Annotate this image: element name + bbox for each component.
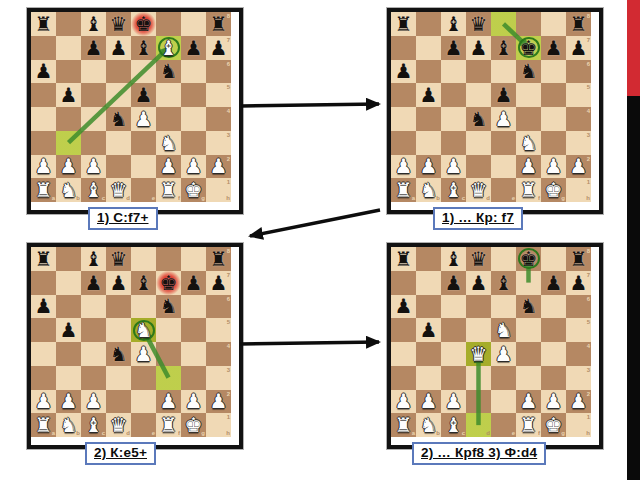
square-e8[interactable] [491, 12, 516, 36]
square-f8[interactable]: ♚ [516, 247, 541, 271]
square-c6[interactable] [441, 60, 466, 84]
black-pawn-c7[interactable]: ♟ [85, 273, 103, 293]
square-f3[interactable] [516, 366, 541, 390]
square-a5[interactable] [31, 318, 56, 342]
square-c6[interactable] [81, 295, 106, 319]
square-e7[interactable]: ♝ [491, 271, 516, 295]
black-pawn-h7[interactable]: ♟ [570, 38, 588, 58]
square-f7[interactable]: ♚ [516, 36, 541, 60]
white-rook-f1[interactable]: ♜ [160, 415, 178, 435]
white-rook-f1[interactable]: ♜ [160, 180, 178, 200]
square-f1[interactable]: ♜f [516, 413, 541, 437]
black-queen-d8[interactable]: ♛ [470, 249, 488, 269]
black-pawn-b5[interactable]: ♟ [420, 320, 438, 340]
black-pawn-h7[interactable]: ♟ [570, 273, 588, 293]
square-c5[interactable] [441, 83, 466, 107]
black-pawn-d7[interactable]: ♟ [470, 38, 488, 58]
square-d1[interactable]: ♛d [106, 413, 131, 437]
square-h3[interactable]: 3 [206, 131, 231, 155]
white-rook-a1[interactable]: ♜ [395, 180, 413, 200]
square-b1[interactable]: ♞b [56, 178, 81, 202]
square-e2[interactable] [131, 155, 156, 179]
square-g7[interactable]: ♟ [181, 271, 206, 295]
white-pawn-g2[interactable]: ♟ [545, 156, 563, 176]
square-c7[interactable]: ♟ [441, 271, 466, 295]
square-f8[interactable] [156, 247, 181, 271]
square-h4[interactable]: 4 [566, 107, 591, 131]
square-e5[interactable]: ♞ [131, 318, 156, 342]
square-a3[interactable] [391, 366, 416, 390]
square-e5[interactable]: ♟ [491, 83, 516, 107]
square-a4[interactable] [31, 107, 56, 131]
square-h2[interactable]: ♟2 [206, 390, 231, 414]
square-b3[interactable] [56, 131, 81, 155]
square-c7[interactable]: ♟ [81, 271, 106, 295]
square-g4[interactable] [541, 107, 566, 131]
square-g5[interactable] [541, 83, 566, 107]
square-e7[interactable]: ♝ [131, 36, 156, 60]
square-f3[interactable]: ♞ [156, 131, 181, 155]
square-d3[interactable] [106, 366, 131, 390]
square-f6[interactable]: ♞ [156, 60, 181, 84]
white-knight-b1[interactable]: ♞ [60, 415, 78, 435]
square-h3[interactable]: 3 [566, 131, 591, 155]
square-g1[interactable]: ♚g [541, 413, 566, 437]
black-rook-a8[interactable]: ♜ [395, 249, 413, 269]
square-g6[interactable] [541, 295, 566, 319]
square-h8[interactable]: ♜8 [206, 12, 231, 36]
square-b2[interactable]: ♟ [56, 155, 81, 179]
square-a7[interactable] [31, 271, 56, 295]
square-h7[interactable]: ♟7 [206, 36, 231, 60]
white-pawn-g2[interactable]: ♟ [185, 391, 203, 411]
white-queen-d1[interactable]: ♛ [470, 180, 488, 200]
square-c8[interactable]: ♝ [441, 12, 466, 36]
square-e2[interactable] [131, 390, 156, 414]
square-g5[interactable] [181, 83, 206, 107]
square-c4[interactable] [441, 107, 466, 131]
square-a2[interactable]: ♟ [31, 155, 56, 179]
square-h1[interactable]: 1h [566, 413, 591, 437]
square-h5[interactable]: 5 [566, 83, 591, 107]
black-bishop-e7[interactable]: ♝ [495, 273, 513, 293]
square-d1[interactable]: ♛d [466, 178, 491, 202]
square-a8[interactable]: ♜ [391, 247, 416, 271]
square-f6[interactable]: ♞ [156, 295, 181, 319]
black-bishop-c8[interactable]: ♝ [445, 14, 463, 34]
white-rook-f1[interactable]: ♜ [520, 180, 538, 200]
black-pawn-e5[interactable]: ♟ [495, 85, 513, 105]
square-b5[interactable]: ♟ [416, 318, 441, 342]
square-b8[interactable] [56, 12, 81, 36]
square-e8[interactable] [491, 247, 516, 271]
white-pawn-e4[interactable]: ♟ [135, 109, 153, 129]
square-e2[interactable] [491, 390, 516, 414]
square-h8[interactable]: ♜8 [566, 247, 591, 271]
square-e6[interactable] [131, 60, 156, 84]
black-pawn-b5[interactable]: ♟ [60, 320, 78, 340]
square-a5[interactable] [31, 83, 56, 107]
square-d7[interactable]: ♟ [106, 36, 131, 60]
square-e7[interactable]: ♝ [131, 271, 156, 295]
square-h1[interactable]: 1h [206, 178, 231, 202]
square-b3[interactable] [56, 366, 81, 390]
white-pawn-a2[interactable]: ♟ [35, 391, 53, 411]
black-pawn-e5[interactable]: ♟ [135, 85, 153, 105]
square-b7[interactable] [56, 36, 81, 60]
square-f8[interactable] [516, 12, 541, 36]
square-a4[interactable] [391, 342, 416, 366]
white-pawn-c2[interactable]: ♟ [445, 156, 463, 176]
square-a8[interactable]: ♜ [391, 12, 416, 36]
square-d7[interactable]: ♟ [466, 271, 491, 295]
square-d2[interactable] [466, 155, 491, 179]
black-pawn-h7[interactable]: ♟ [210, 273, 228, 293]
white-pawn-e4[interactable]: ♟ [135, 344, 153, 364]
square-e5[interactable]: ♟ [131, 83, 156, 107]
white-king-g1[interactable]: ♚ [545, 180, 563, 200]
square-h3[interactable]: 3 [566, 366, 591, 390]
square-h5[interactable]: 5 [206, 83, 231, 107]
white-rook-f1[interactable]: ♜ [520, 415, 538, 435]
black-rook-h8[interactable]: ♜ [570, 14, 588, 34]
black-pawn-d7[interactable]: ♟ [110, 38, 128, 58]
square-b6[interactable] [56, 295, 81, 319]
square-h1[interactable]: 1h [206, 413, 231, 437]
square-b6[interactable] [56, 60, 81, 84]
square-d5[interactable] [106, 318, 131, 342]
square-e4[interactable]: ♟ [131, 342, 156, 366]
white-knight-f3[interactable]: ♞ [160, 133, 178, 153]
square-a3[interactable] [391, 131, 416, 155]
white-king-g1[interactable]: ♚ [545, 415, 563, 435]
white-knight-e5[interactable]: ♞ [495, 320, 513, 340]
square-g1[interactable]: ♚g [541, 178, 566, 202]
square-b7[interactable] [416, 271, 441, 295]
square-e3[interactable] [131, 366, 156, 390]
square-d2[interactable] [106, 155, 131, 179]
square-a7[interactable] [391, 271, 416, 295]
square-e5[interactable]: ♞ [491, 318, 516, 342]
square-b7[interactable] [56, 271, 81, 295]
square-c4[interactable] [81, 107, 106, 131]
white-pawn-h2[interactable]: ♟ [210, 391, 228, 411]
white-pawn-a2[interactable]: ♟ [35, 156, 53, 176]
black-king-f7[interactable]: ♚ [160, 273, 178, 293]
black-pawn-c7[interactable]: ♟ [85, 38, 103, 58]
square-g3[interactable] [181, 366, 206, 390]
black-pawn-g7[interactable]: ♟ [185, 273, 203, 293]
square-g4[interactable] [181, 107, 206, 131]
white-bishop-c1[interactable]: ♝ [85, 180, 103, 200]
square-h5[interactable]: 5 [206, 318, 231, 342]
square-h6[interactable]: 6 [566, 295, 591, 319]
square-c5[interactable] [81, 83, 106, 107]
square-a8[interactable]: ♜ [31, 12, 56, 36]
black-rook-a8[interactable]: ♜ [35, 14, 53, 34]
black-pawn-g7[interactable]: ♟ [185, 38, 203, 58]
square-g3[interactable] [541, 366, 566, 390]
white-pawn-e4[interactable]: ♟ [495, 109, 513, 129]
black-rook-h8[interactable]: ♜ [210, 249, 228, 269]
square-h7[interactable]: ♟7 [566, 271, 591, 295]
square-c3[interactable] [441, 131, 466, 155]
square-d5[interactable] [466, 318, 491, 342]
square-d2[interactable] [466, 390, 491, 414]
square-b1[interactable]: ♞b [56, 413, 81, 437]
square-e4[interactable]: ♟ [491, 107, 516, 131]
square-c2[interactable]: ♟ [441, 390, 466, 414]
white-pawn-b2[interactable]: ♟ [420, 156, 438, 176]
square-b8[interactable] [416, 12, 441, 36]
white-bishop-c1[interactable]: ♝ [445, 180, 463, 200]
black-knight-d4[interactable]: ♞ [110, 109, 128, 129]
black-knight-d4[interactable]: ♞ [110, 344, 128, 364]
square-b1[interactable]: ♞b [416, 413, 441, 437]
black-pawn-a6[interactable]: ♟ [395, 61, 413, 81]
square-g5[interactable] [181, 318, 206, 342]
square-c1[interactable]: ♝c [81, 178, 106, 202]
square-b8[interactable] [416, 247, 441, 271]
black-pawn-a6[interactable]: ♟ [35, 296, 53, 316]
square-b2[interactable]: ♟ [416, 155, 441, 179]
square-a3[interactable] [31, 366, 56, 390]
square-f5[interactable] [156, 318, 181, 342]
white-knight-b1[interactable]: ♞ [420, 415, 438, 435]
black-rook-h8[interactable]: ♜ [570, 249, 588, 269]
black-pawn-g7[interactable]: ♟ [545, 38, 563, 58]
square-h7[interactable]: ♟7 [566, 36, 591, 60]
white-king-g1[interactable]: ♚ [185, 180, 203, 200]
square-c5[interactable] [441, 318, 466, 342]
black-bishop-c8[interactable]: ♝ [445, 249, 463, 269]
square-c1[interactable]: ♝c [441, 178, 466, 202]
square-e1[interactable]: e [131, 413, 156, 437]
square-g6[interactable] [181, 60, 206, 84]
square-b5[interactable]: ♟ [56, 83, 81, 107]
square-g2[interactable]: ♟ [181, 390, 206, 414]
square-c5[interactable] [81, 318, 106, 342]
square-h6[interactable]: 6 [206, 60, 231, 84]
square-d5[interactable] [466, 83, 491, 107]
white-pawn-b2[interactable]: ♟ [420, 391, 438, 411]
square-h8[interactable]: ♜8 [206, 247, 231, 271]
square-h4[interactable]: 4 [206, 342, 231, 366]
square-d6[interactable] [106, 60, 131, 84]
black-queen-d8[interactable]: ♛ [110, 14, 128, 34]
black-pawn-a6[interactable]: ♟ [35, 61, 53, 81]
black-pawn-c7[interactable]: ♟ [445, 273, 463, 293]
white-bishop-c1[interactable]: ♝ [85, 415, 103, 435]
square-a6[interactable]: ♟ [391, 295, 416, 319]
square-b8[interactable] [56, 247, 81, 271]
square-f2[interactable]: ♟ [156, 155, 181, 179]
white-pawn-c2[interactable]: ♟ [445, 391, 463, 411]
square-c3[interactable] [441, 366, 466, 390]
square-f4[interactable] [156, 342, 181, 366]
square-g2[interactable]: ♟ [541, 155, 566, 179]
square-c3[interactable] [81, 366, 106, 390]
black-knight-d4[interactable]: ♞ [470, 109, 488, 129]
black-knight-f6[interactable]: ♞ [520, 61, 538, 81]
square-e4[interactable]: ♟ [491, 342, 516, 366]
square-h1[interactable]: 1h [566, 178, 591, 202]
square-a1[interactable]: ♜a [31, 413, 56, 437]
square-h6[interactable]: 6 [566, 60, 591, 84]
black-bishop-c8[interactable]: ♝ [85, 14, 103, 34]
black-pawn-d7[interactable]: ♟ [110, 273, 128, 293]
square-f4[interactable] [156, 107, 181, 131]
square-f7[interactable] [516, 271, 541, 295]
square-b1[interactable]: ♞b [416, 178, 441, 202]
square-g4[interactable] [541, 342, 566, 366]
square-g8[interactable] [181, 247, 206, 271]
black-bishop-e7[interactable]: ♝ [495, 38, 513, 58]
black-pawn-c7[interactable]: ♟ [445, 38, 463, 58]
white-pawn-f2[interactable]: ♟ [520, 391, 538, 411]
square-c3[interactable] [81, 131, 106, 155]
square-f7[interactable]: ♚ [156, 271, 181, 295]
black-king-e8[interactable]: ♚ [135, 14, 153, 34]
square-c8[interactable]: ♝ [81, 247, 106, 271]
square-d2[interactable] [106, 390, 131, 414]
square-d6[interactable] [466, 60, 491, 84]
white-knight-b1[interactable]: ♞ [60, 180, 78, 200]
square-g2[interactable]: ♟ [181, 155, 206, 179]
square-c2[interactable]: ♟ [441, 155, 466, 179]
square-b5[interactable]: ♟ [56, 318, 81, 342]
square-h2[interactable]: ♟2 [566, 155, 591, 179]
white-queen-d1[interactable]: ♛ [110, 415, 128, 435]
square-a1[interactable]: ♜a [391, 413, 416, 437]
square-d8[interactable]: ♛ [106, 12, 131, 36]
square-e6[interactable] [491, 295, 516, 319]
square-g7[interactable]: ♟ [541, 36, 566, 60]
black-pawn-b5[interactable]: ♟ [60, 85, 78, 105]
square-g8[interactable] [541, 12, 566, 36]
square-g2[interactable]: ♟ [541, 390, 566, 414]
white-bishop-c1[interactable]: ♝ [445, 415, 463, 435]
square-b6[interactable] [416, 295, 441, 319]
white-knight-e5[interactable]: ♞ [135, 320, 153, 340]
square-b4[interactable] [56, 342, 81, 366]
white-pawn-e4[interactable]: ♟ [495, 344, 513, 364]
square-c2[interactable]: ♟ [81, 155, 106, 179]
white-pawn-b2[interactable]: ♟ [60, 156, 78, 176]
square-c2[interactable]: ♟ [81, 390, 106, 414]
square-a1[interactable]: ♜a [31, 178, 56, 202]
black-pawn-b5[interactable]: ♟ [420, 85, 438, 105]
black-rook-a8[interactable]: ♜ [395, 14, 413, 34]
square-b3[interactable] [416, 131, 441, 155]
white-pawn-g2[interactable]: ♟ [185, 156, 203, 176]
black-knight-f6[interactable]: ♞ [160, 296, 178, 316]
square-d3[interactable] [466, 131, 491, 155]
square-f6[interactable]: ♞ [516, 60, 541, 84]
square-e3[interactable] [131, 131, 156, 155]
square-e3[interactable] [491, 131, 516, 155]
square-b5[interactable]: ♟ [416, 83, 441, 107]
square-c1[interactable]: ♝c [441, 413, 466, 437]
white-pawn-f2[interactable]: ♟ [160, 391, 178, 411]
square-g4[interactable] [181, 342, 206, 366]
white-queen-d1[interactable]: ♛ [110, 180, 128, 200]
black-king-f7[interactable]: ♚ [520, 38, 538, 58]
white-rook-a1[interactable]: ♜ [35, 180, 53, 200]
square-f4[interactable] [516, 107, 541, 131]
square-g1[interactable]: ♚g [181, 178, 206, 202]
square-b4[interactable] [416, 342, 441, 366]
square-f3[interactable] [156, 366, 181, 390]
square-e1[interactable]: e [131, 178, 156, 202]
square-d8[interactable]: ♛ [466, 247, 491, 271]
square-a6[interactable]: ♟ [391, 60, 416, 84]
square-c8[interactable]: ♝ [441, 247, 466, 271]
square-f7[interactable]: ♝ [156, 36, 181, 60]
square-c6[interactable] [81, 60, 106, 84]
square-f2[interactable]: ♟ [516, 155, 541, 179]
square-f3[interactable]: ♞ [516, 131, 541, 155]
square-b3[interactable] [416, 366, 441, 390]
square-d4[interactable]: ♞ [466, 107, 491, 131]
white-king-g1[interactable]: ♚ [185, 415, 203, 435]
square-f5[interactable] [516, 83, 541, 107]
square-e1[interactable]: e [491, 178, 516, 202]
square-c1[interactable]: ♝c [81, 413, 106, 437]
square-a4[interactable] [31, 342, 56, 366]
white-pawn-f2[interactable]: ♟ [520, 156, 538, 176]
square-f6[interactable]: ♞ [516, 295, 541, 319]
square-g1[interactable]: ♚g [181, 413, 206, 437]
black-king-f8[interactable]: ♚ [520, 249, 538, 269]
square-f1[interactable]: ♜f [156, 178, 181, 202]
square-g3[interactable] [541, 131, 566, 155]
square-d4[interactable]: ♞ [106, 342, 131, 366]
square-b4[interactable] [56, 107, 81, 131]
black-queen-d8[interactable]: ♛ [470, 14, 488, 34]
square-g5[interactable] [541, 318, 566, 342]
square-h4[interactable]: 4 [206, 107, 231, 131]
white-pawn-a2[interactable]: ♟ [395, 156, 413, 176]
square-h8[interactable]: ♜8 [566, 12, 591, 36]
black-rook-h8[interactable]: ♜ [210, 14, 228, 34]
square-h2[interactable]: ♟2 [566, 390, 591, 414]
square-a2[interactable]: ♟ [391, 155, 416, 179]
square-f2[interactable]: ♟ [156, 390, 181, 414]
square-e6[interactable] [131, 295, 156, 319]
square-f8[interactable] [156, 12, 181, 36]
white-rook-a1[interactable]: ♜ [395, 415, 413, 435]
white-pawn-g2[interactable]: ♟ [545, 391, 563, 411]
square-a2[interactable]: ♟ [31, 390, 56, 414]
square-d7[interactable]: ♟ [106, 271, 131, 295]
square-d3[interactable] [106, 131, 131, 155]
square-f1[interactable]: ♜f [156, 413, 181, 437]
square-d8[interactable]: ♛ [106, 247, 131, 271]
square-d5[interactable] [106, 83, 131, 107]
square-d6[interactable] [466, 295, 491, 319]
square-d4[interactable]: ♞ [106, 107, 131, 131]
white-knight-f3[interactable]: ♞ [520, 133, 538, 153]
square-d6[interactable] [106, 295, 131, 319]
square-a6[interactable]: ♟ [31, 60, 56, 84]
square-a3[interactable] [31, 131, 56, 155]
black-bishop-c8[interactable]: ♝ [85, 249, 103, 269]
square-h2[interactable]: ♟2 [206, 155, 231, 179]
square-a1[interactable]: ♜a [391, 178, 416, 202]
square-c4[interactable] [81, 342, 106, 366]
square-g7[interactable]: ♟ [541, 271, 566, 295]
